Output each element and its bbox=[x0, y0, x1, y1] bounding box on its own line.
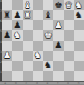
square-a5[interactable]: ♟ bbox=[2, 30, 12, 40]
file-label-c: c bbox=[26, 82, 28, 85]
file-label-f: f bbox=[57, 82, 58, 85]
square-b5[interactable]: ♞ bbox=[12, 30, 22, 40]
square-f5[interactable] bbox=[53, 30, 63, 40]
square-g1[interactable] bbox=[64, 71, 74, 81]
white-bishop-c8[interactable]: ♝ bbox=[24, 1, 32, 10]
square-d1[interactable] bbox=[33, 71, 43, 81]
square-h1[interactable] bbox=[74, 71, 84, 81]
chessboard-screenshot: 87654321 ♝♚♛♞♜♟♜♝♞♟♟♟♞♚♟♟♞♞ abcdefgh bbox=[0, 0, 84, 84]
square-e2[interactable]: ♞ bbox=[43, 61, 53, 71]
square-f8[interactable]: ♚ bbox=[53, 0, 63, 10]
square-d4[interactable] bbox=[33, 41, 43, 51]
square-c8[interactable]: ♝ bbox=[23, 0, 33, 10]
square-h4[interactable] bbox=[74, 41, 84, 51]
black-pawn-b6[interactable]: ♟ bbox=[13, 21, 21, 30]
file-coordinates: abcdefgh bbox=[0, 81, 84, 84]
square-b6[interactable]: ♟ bbox=[12, 20, 22, 30]
square-e8[interactable] bbox=[43, 0, 53, 10]
square-a1[interactable] bbox=[2, 71, 12, 81]
square-b1[interactable] bbox=[12, 71, 22, 81]
square-f4[interactable]: ♟ bbox=[53, 41, 63, 51]
square-f6[interactable]: ♟ bbox=[53, 20, 63, 30]
black-pawn-f4[interactable]: ♟ bbox=[54, 41, 62, 50]
square-e5[interactable]: ♚ bbox=[43, 30, 53, 40]
file-label-b: b bbox=[15, 82, 17, 85]
black-rook-a7[interactable]: ♜ bbox=[3, 11, 11, 20]
square-c2[interactable] bbox=[23, 61, 33, 71]
square-g7[interactable] bbox=[64, 10, 74, 20]
square-c6[interactable] bbox=[23, 20, 33, 30]
square-g6[interactable] bbox=[64, 20, 74, 30]
square-f7[interactable] bbox=[53, 10, 63, 20]
square-g4[interactable] bbox=[64, 41, 74, 51]
chess-board[interactable]: ♝♚♛♞♜♟♜♝♞♟♟♟♞♚♟♟♞♞ bbox=[2, 0, 84, 81]
file-label-a: a bbox=[4, 82, 6, 85]
square-h3[interactable] bbox=[74, 51, 84, 61]
square-d2[interactable] bbox=[33, 61, 43, 71]
black-pawn-a5[interactable]: ♟ bbox=[3, 31, 11, 40]
white-knight-d3[interactable]: ♞ bbox=[34, 51, 42, 60]
black-bishop-e7[interactable]: ♝ bbox=[44, 11, 52, 20]
file-label-h: h bbox=[78, 82, 80, 85]
square-a3[interactable]: ♟ bbox=[2, 51, 12, 61]
square-c5[interactable] bbox=[23, 30, 33, 40]
square-e1[interactable] bbox=[43, 71, 53, 81]
black-knight-h7[interactable]: ♞ bbox=[75, 11, 83, 20]
square-c4[interactable] bbox=[23, 41, 33, 51]
square-c7[interactable]: ♜ bbox=[23, 10, 33, 20]
square-g3[interactable] bbox=[64, 51, 74, 61]
square-b3[interactable] bbox=[12, 51, 22, 61]
square-a8[interactable] bbox=[2, 0, 12, 10]
square-f1[interactable] bbox=[53, 71, 63, 81]
file-label-e: e bbox=[47, 82, 49, 85]
square-c3[interactable] bbox=[23, 51, 33, 61]
square-d7[interactable] bbox=[33, 10, 43, 20]
square-b4[interactable] bbox=[12, 41, 22, 51]
square-a4[interactable] bbox=[2, 41, 12, 51]
white-pawn-a3[interactable]: ♟ bbox=[3, 51, 11, 60]
square-h7[interactable]: ♞ bbox=[74, 10, 84, 20]
black-knight-e2[interactable]: ♞ bbox=[44, 61, 52, 70]
square-e7[interactable]: ♝ bbox=[43, 10, 53, 20]
square-h5[interactable] bbox=[74, 30, 84, 40]
square-b2[interactable] bbox=[12, 61, 22, 71]
square-e4[interactable] bbox=[43, 41, 53, 51]
square-g8[interactable]: ♛ bbox=[64, 0, 74, 10]
file-label-d: d bbox=[36, 82, 38, 85]
square-e6[interactable] bbox=[43, 20, 53, 30]
white-pawn-f6[interactable]: ♟ bbox=[54, 21, 62, 30]
square-d5[interactable] bbox=[33, 30, 43, 40]
square-c1[interactable] bbox=[23, 71, 33, 81]
white-queen-g8[interactable]: ♛ bbox=[65, 1, 73, 10]
square-a2[interactable] bbox=[2, 61, 12, 71]
file-label-g: g bbox=[67, 82, 69, 85]
square-e3[interactable] bbox=[43, 51, 53, 61]
square-g5[interactable] bbox=[64, 30, 74, 40]
square-f3[interactable] bbox=[53, 51, 63, 61]
black-king-f8[interactable]: ♚ bbox=[54, 1, 62, 10]
square-h6[interactable] bbox=[74, 20, 84, 30]
square-a7[interactable]: ♜ bbox=[2, 10, 12, 20]
square-h2[interactable] bbox=[74, 61, 84, 71]
white-knight-b5[interactable]: ♞ bbox=[13, 31, 21, 40]
square-d3[interactable]: ♞ bbox=[33, 51, 43, 61]
square-d6[interactable] bbox=[33, 20, 43, 30]
square-d8[interactable] bbox=[33, 0, 43, 10]
square-a6[interactable] bbox=[2, 20, 12, 30]
white-king-e5[interactable]: ♚ bbox=[44, 31, 52, 40]
square-h8[interactable]: ♞ bbox=[74, 0, 84, 10]
square-b7[interactable]: ♟ bbox=[12, 10, 22, 20]
square-g2[interactable] bbox=[64, 61, 74, 71]
black-pawn-b7[interactable]: ♟ bbox=[13, 11, 21, 20]
square-f2[interactable] bbox=[53, 61, 63, 71]
square-b8[interactable] bbox=[12, 0, 22, 10]
white-knight-h8[interactable]: ♞ bbox=[75, 1, 83, 10]
white-rook-c7[interactable]: ♜ bbox=[24, 11, 32, 20]
